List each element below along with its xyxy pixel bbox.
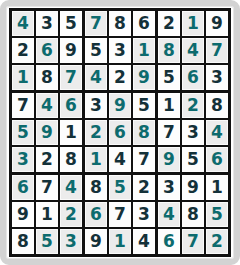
cell-r1c1[interactable]: 4 <box>12 11 34 36</box>
cell-r2c6[interactable]: 1 <box>133 38 155 63</box>
cell-r5c9[interactable]: 4 <box>206 120 228 145</box>
cell-r8c1[interactable]: 9 <box>12 202 34 227</box>
cell-r5c8[interactable]: 3 <box>182 120 204 145</box>
cell-r9c4[interactable]: 9 <box>85 229 107 254</box>
cell-r8c5[interactable]: 7 <box>109 202 131 227</box>
cell-r1c9[interactable]: 9 <box>206 11 228 36</box>
sudoku-box-6: 128734956 <box>158 93 228 172</box>
cell-r9c7[interactable]: 6 <box>158 229 180 254</box>
cell-r1c6[interactable]: 6 <box>133 11 155 36</box>
cell-r2c4[interactable]: 5 <box>85 38 107 63</box>
cell-r3c8[interactable]: 6 <box>182 65 204 90</box>
cell-r3c5[interactable]: 2 <box>109 65 131 90</box>
cell-r7c1[interactable]: 6 <box>12 175 34 200</box>
cell-r7c8[interactable]: 9 <box>182 175 204 200</box>
cell-r7c9[interactable]: 1 <box>206 175 228 200</box>
cell-r4c8[interactable]: 2 <box>182 93 204 118</box>
cell-r3c2[interactable]: 8 <box>36 65 58 90</box>
cell-r6c5[interactable]: 4 <box>109 147 131 172</box>
cell-r6c4[interactable]: 1 <box>85 147 107 172</box>
cell-r9c2[interactable]: 5 <box>36 229 58 254</box>
cell-r3c7[interactable]: 5 <box>158 65 180 90</box>
cell-r4c1[interactable]: 7 <box>12 93 34 118</box>
cell-r8c8[interactable]: 8 <box>182 202 204 227</box>
cell-r1c7[interactable]: 2 <box>158 11 180 36</box>
cell-r9c9[interactable]: 2 <box>206 229 228 254</box>
cell-r4c4[interactable]: 3 <box>85 93 107 118</box>
cell-r2c2[interactable]: 6 <box>36 38 58 63</box>
cell-r5c2[interactable]: 9 <box>36 120 58 145</box>
cell-r3c1[interactable]: 1 <box>12 65 34 90</box>
cell-r9c1[interactable]: 8 <box>12 229 34 254</box>
sudoku-box-9: 391485672 <box>158 175 228 254</box>
cell-r8c3[interactable]: 2 <box>60 202 82 227</box>
sudoku-box-4: 746591328 <box>12 93 82 172</box>
cell-r4c7[interactable]: 1 <box>158 93 180 118</box>
cell-r5c3[interactable]: 1 <box>60 120 82 145</box>
cell-r5c5[interactable]: 6 <box>109 120 131 145</box>
cell-r8c6[interactable]: 3 <box>133 202 155 227</box>
cell-r6c6[interactable]: 7 <box>133 147 155 172</box>
cell-r4c9[interactable]: 8 <box>206 93 228 118</box>
cell-r8c4[interactable]: 6 <box>85 202 107 227</box>
cell-r4c2[interactable]: 4 <box>36 93 58 118</box>
cell-r2c9[interactable]: 7 <box>206 38 228 63</box>
sudoku-box-7: 674912853 <box>12 175 82 254</box>
cell-r3c9[interactable]: 3 <box>206 65 228 90</box>
cell-r6c3[interactable]: 8 <box>60 147 82 172</box>
cell-r2c3[interactable]: 9 <box>60 38 82 63</box>
cell-r4c3[interactable]: 6 <box>60 93 82 118</box>
cell-r7c4[interactable]: 8 <box>85 175 107 200</box>
cell-r6c8[interactable]: 5 <box>182 147 204 172</box>
cell-r7c6[interactable]: 2 <box>133 175 155 200</box>
cell-r3c3[interactable]: 7 <box>60 65 82 90</box>
cell-r1c3[interactable]: 5 <box>60 11 82 36</box>
cell-r9c6[interactable]: 4 <box>133 229 155 254</box>
cell-r6c2[interactable]: 2 <box>36 147 58 172</box>
cell-r2c5[interactable]: 3 <box>109 38 131 63</box>
cell-r5c4[interactable]: 2 <box>85 120 107 145</box>
sudoku-box-1: 435269187 <box>12 11 82 90</box>
sudoku-board: 4352691877865314292198475637465913283952… <box>9 8 231 257</box>
cell-r7c5[interactable]: 5 <box>109 175 131 200</box>
cell-r5c6[interactable]: 8 <box>133 120 155 145</box>
sudoku-box-5: 395268147 <box>85 93 155 172</box>
cell-r4c5[interactable]: 9 <box>109 93 131 118</box>
sudoku-screenshot: 4352691877865314292198475637465913283952… <box>0 0 240 265</box>
cell-r2c1[interactable]: 2 <box>12 38 34 63</box>
cell-r6c9[interactable]: 6 <box>206 147 228 172</box>
cell-r1c4[interactable]: 7 <box>85 11 107 36</box>
cell-r6c7[interactable]: 9 <box>158 147 180 172</box>
cell-r1c5[interactable]: 8 <box>109 11 131 36</box>
cell-r7c3[interactable]: 4 <box>60 175 82 200</box>
cell-r7c7[interactable]: 3 <box>158 175 180 200</box>
cell-r3c4[interactable]: 4 <box>85 65 107 90</box>
cell-r2c8[interactable]: 4 <box>182 38 204 63</box>
cell-r9c5[interactable]: 1 <box>109 229 131 254</box>
cell-r8c2[interactable]: 1 <box>36 202 58 227</box>
cell-r1c8[interactable]: 1 <box>182 11 204 36</box>
sudoku-box-2: 786531429 <box>85 11 155 90</box>
sudoku-box-3: 219847563 <box>158 11 228 90</box>
cell-r3c6[interactable]: 9 <box>133 65 155 90</box>
cell-r1c2[interactable]: 3 <box>36 11 58 36</box>
cell-r7c2[interactable]: 7 <box>36 175 58 200</box>
cell-r9c3[interactable]: 3 <box>60 229 82 254</box>
cell-r2c7[interactable]: 8 <box>158 38 180 63</box>
cell-r8c9[interactable]: 5 <box>206 202 228 227</box>
cell-r8c7[interactable]: 4 <box>158 202 180 227</box>
cell-r4c6[interactable]: 5 <box>133 93 155 118</box>
sudoku-box-8: 852673914 <box>85 175 155 254</box>
cell-r5c1[interactable]: 5 <box>12 120 34 145</box>
cell-r9c8[interactable]: 7 <box>182 229 204 254</box>
cell-r6c1[interactable]: 3 <box>12 147 34 172</box>
cell-r5c7[interactable]: 7 <box>158 120 180 145</box>
